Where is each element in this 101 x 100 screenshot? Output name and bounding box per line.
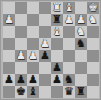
piece-white-pawn[interactable]: ♟ bbox=[4, 14, 14, 26]
square-e4[interactable] bbox=[51, 50, 63, 62]
square-a4[interactable] bbox=[3, 50, 15, 62]
square-a7[interactable]: ♟ bbox=[3, 14, 15, 26]
square-b6[interactable] bbox=[15, 26, 27, 38]
square-c8[interactable] bbox=[27, 2, 39, 14]
piece-white-rook[interactable]: ♜ bbox=[52, 2, 62, 14]
square-h7[interactable]: ♞ bbox=[87, 14, 99, 26]
square-f1[interactable]: ♛ bbox=[63, 86, 75, 98]
piece-white-king[interactable]: ♚ bbox=[88, 2, 98, 14]
square-f6[interactable] bbox=[63, 26, 75, 38]
square-b3[interactable] bbox=[15, 62, 27, 74]
square-a1[interactable] bbox=[3, 86, 15, 98]
piece-white-bishop[interactable]: ♝ bbox=[64, 2, 74, 14]
piece-white-pawn[interactable]: ♟ bbox=[76, 14, 86, 26]
square-c2[interactable]: ♟ bbox=[27, 74, 39, 86]
square-d2[interactable] bbox=[39, 74, 51, 86]
square-g4[interactable] bbox=[75, 50, 87, 62]
square-a8[interactable] bbox=[3, 2, 15, 14]
square-h8[interactable]: ♚ bbox=[87, 2, 99, 14]
square-h2[interactable] bbox=[87, 74, 99, 86]
square-f8[interactable]: ♝ bbox=[63, 2, 75, 14]
square-e5[interactable] bbox=[51, 38, 63, 50]
piece-white-pawn[interactable]: ♟ bbox=[64, 14, 74, 26]
square-d3[interactable] bbox=[39, 62, 51, 74]
piece-black-pawn[interactable]: ♟ bbox=[52, 74, 62, 86]
piece-black-pawn[interactable]: ♟ bbox=[52, 62, 62, 74]
square-e7[interactable]: ♜ bbox=[51, 14, 63, 26]
square-f3[interactable] bbox=[63, 62, 75, 74]
square-d5[interactable]: ♟ bbox=[39, 38, 51, 50]
square-f4[interactable] bbox=[63, 50, 75, 62]
square-a3[interactable] bbox=[3, 62, 15, 74]
square-d7[interactable] bbox=[39, 14, 51, 26]
piece-white-bishop[interactable]: ♝ bbox=[52, 26, 62, 38]
piece-white-pawn[interactable]: ♟ bbox=[16, 50, 26, 62]
piece-black-queen[interactable]: ♛ bbox=[64, 86, 74, 98]
square-b1[interactable]: ♚ bbox=[15, 86, 27, 98]
square-e1[interactable] bbox=[51, 86, 63, 98]
square-g1[interactable]: ♜ bbox=[75, 86, 87, 98]
square-g8[interactable] bbox=[75, 2, 87, 14]
square-c1[interactable]: ♝ bbox=[27, 86, 39, 98]
square-a5[interactable] bbox=[3, 38, 15, 50]
square-h6[interactable] bbox=[87, 26, 99, 38]
piece-black-rook[interactable]: ♜ bbox=[52, 14, 62, 26]
square-a6[interactable] bbox=[3, 26, 15, 38]
piece-white-pawn[interactable]: ♟ bbox=[28, 50, 38, 62]
square-h4[interactable] bbox=[87, 50, 99, 62]
chess-board-frame: ♜♝♚♟♜♟♟♞♝♞♟♞♟♟♟♟♟♟♟♟♞♚♝♛♜ bbox=[0, 0, 101, 100]
square-g2[interactable] bbox=[75, 74, 87, 86]
piece-black-pawn[interactable]: ♟ bbox=[4, 74, 14, 86]
square-d8[interactable] bbox=[39, 2, 51, 14]
square-f7[interactable]: ♟ bbox=[63, 14, 75, 26]
square-b2[interactable]: ♟ bbox=[15, 74, 27, 86]
square-g6[interactable]: ♞ bbox=[75, 26, 87, 38]
piece-white-knight[interactable]: ♞ bbox=[76, 26, 86, 38]
square-c3[interactable] bbox=[27, 62, 39, 74]
piece-black-pawn[interactable]: ♟ bbox=[28, 74, 38, 86]
square-h5[interactable] bbox=[87, 38, 99, 50]
square-c4[interactable]: ♟ bbox=[27, 50, 39, 62]
square-e8[interactable]: ♜ bbox=[51, 2, 63, 14]
square-h3[interactable] bbox=[87, 62, 99, 74]
square-d6[interactable] bbox=[39, 26, 51, 38]
piece-black-bishop[interactable]: ♝ bbox=[28, 86, 38, 98]
square-d1[interactable] bbox=[39, 86, 51, 98]
square-h1[interactable] bbox=[87, 86, 99, 98]
square-c7[interactable] bbox=[27, 14, 39, 26]
chess-board: ♜♝♚♟♜♟♟♞♝♞♟♞♟♟♟♟♟♟♟♟♞♚♝♛♜ bbox=[3, 2, 99, 98]
piece-black-rook[interactable]: ♜ bbox=[76, 86, 86, 98]
square-e3[interactable]: ♟ bbox=[51, 62, 63, 74]
square-a2[interactable]: ♟ bbox=[3, 74, 15, 86]
piece-black-king[interactable]: ♚ bbox=[16, 86, 26, 98]
square-c6[interactable] bbox=[27, 26, 39, 38]
piece-black-pawn[interactable]: ♟ bbox=[16, 74, 26, 86]
square-g7[interactable]: ♟ bbox=[75, 14, 87, 26]
square-d4[interactable]: ♟ bbox=[39, 50, 51, 62]
piece-black-knight[interactable]: ♞ bbox=[76, 38, 86, 50]
square-f5[interactable] bbox=[63, 38, 75, 50]
piece-black-knight[interactable]: ♞ bbox=[64, 74, 74, 86]
square-b8[interactable] bbox=[15, 2, 27, 14]
square-b7[interactable] bbox=[15, 14, 27, 26]
square-e6[interactable]: ♝ bbox=[51, 26, 63, 38]
piece-black-pawn[interactable]: ♟ bbox=[40, 50, 50, 62]
square-b5[interactable] bbox=[15, 38, 27, 50]
square-g3[interactable] bbox=[75, 62, 87, 74]
square-g5[interactable]: ♞ bbox=[75, 38, 87, 50]
square-f2[interactable]: ♞ bbox=[63, 74, 75, 86]
square-e2[interactable]: ♟ bbox=[51, 74, 63, 86]
square-b4[interactable]: ♟ bbox=[15, 50, 27, 62]
piece-white-knight[interactable]: ♞ bbox=[88, 14, 98, 26]
square-c5[interactable] bbox=[27, 38, 39, 50]
piece-white-pawn[interactable]: ♟ bbox=[40, 38, 50, 50]
